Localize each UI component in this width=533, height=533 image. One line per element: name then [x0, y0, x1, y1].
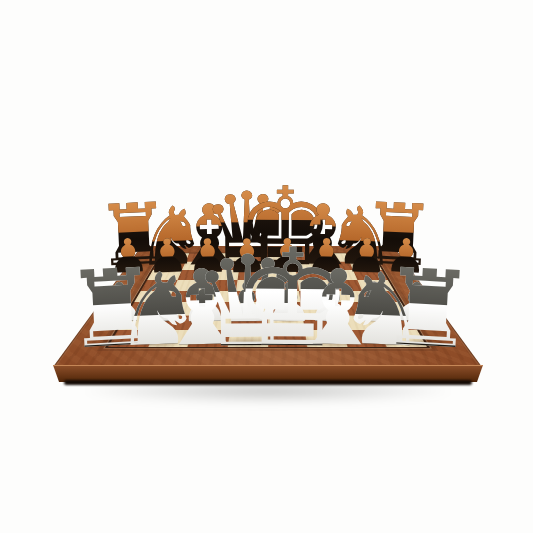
pieces-layer: ♜♜♜♞♞♞♝♝♝♛♛♛♚♚♚♝♝♝♞♞♞♜♜♜♟♟♟♟♟♟♟♟♟♟♟♟♟♟♟♟… [0, 0, 533, 533]
chess-set-photo: ♜♜♜♞♞♞♝♝♝♛♛♛♚♚♚♝♝♝♞♞♞♜♜♜♟♟♟♟♟♟♟♟♟♟♟♟♟♟♟♟… [0, 0, 533, 533]
